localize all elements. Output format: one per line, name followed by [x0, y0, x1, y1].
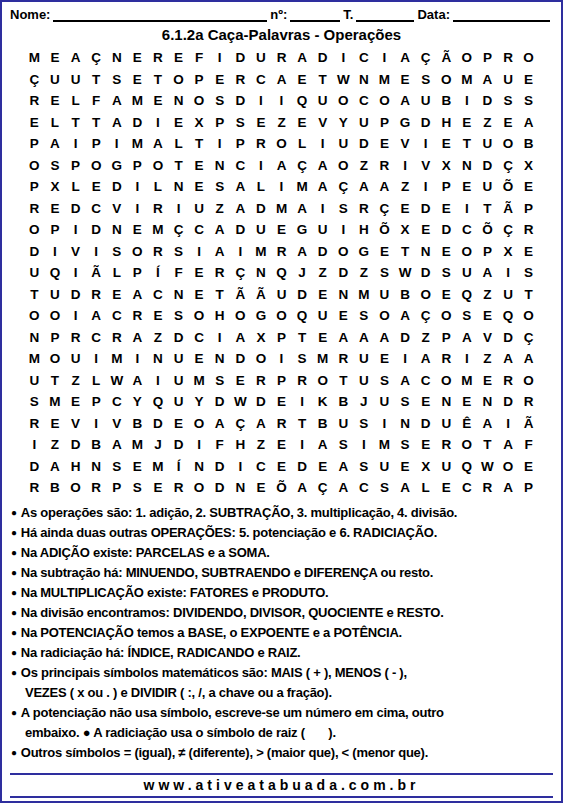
grid-cell-r13c9: O	[189, 305, 210, 327]
grid-cell-r5c18: E	[374, 133, 395, 155]
grid-cell-r3c25: S	[518, 90, 539, 112]
grid-cell-r1c16: I	[333, 47, 354, 69]
grid-cell-r16c15: O	[312, 370, 333, 392]
grid-cell-r20c10: D	[209, 456, 230, 478]
grid-cell-r18c4: I	[86, 413, 107, 435]
grid-cell-r4c2: L	[45, 112, 66, 134]
note-text: Na MULTIPLICAÇÃO existe: FATORES e PRODU…	[21, 585, 329, 600]
grid-cell-r12c10: T	[209, 284, 230, 306]
grid-cell-r7c6: I	[127, 176, 148, 198]
grid-cell-r13c11: O	[230, 305, 251, 327]
grid-cell-r9c14: G	[292, 219, 313, 241]
grid-cell-r8c19: E	[395, 198, 416, 220]
grid-cell-r19c17: I	[354, 434, 375, 456]
grid-cell-r1c1: M	[24, 47, 45, 69]
grid-cell-r13c13: O	[271, 305, 292, 327]
grid-cell-r17c12: D	[251, 391, 272, 413]
grid-cell-r18c1: R	[24, 413, 45, 435]
grid-cell-r10c20: N	[415, 241, 436, 263]
grid-cell-r6c4: O	[86, 155, 107, 177]
grid-cell-r11c3: I	[65, 262, 86, 284]
grid-cell-r12c5: E	[106, 284, 127, 306]
grid-cell-r21c2: B	[45, 477, 66, 499]
grid-cell-r2c2: U	[45, 69, 66, 91]
grid-cell-r20c8: Í	[168, 456, 189, 478]
grid-cell-r5c12: R	[251, 133, 272, 155]
grid-cell-r3c11: D	[230, 90, 251, 112]
grid-cell-r11c1: U	[24, 262, 45, 284]
grid-cell-r1c8: E	[168, 47, 189, 69]
grid-cell-r16c17: U	[354, 370, 375, 392]
grid-cell-r17c24: D	[498, 391, 519, 413]
grid-cell-r10c9: I	[189, 241, 210, 263]
grid-cell-r5c10: I	[209, 133, 230, 155]
class-label: T.	[343, 7, 353, 22]
note-line-6: ●Na divisão encontramos: DIVIDENDO, DIVI…	[10, 603, 553, 623]
grid-cell-r15c4: I	[86, 348, 107, 370]
grid-cell-r16c8: U	[168, 370, 189, 392]
grid-cell-r11c14: J	[292, 262, 313, 284]
grid-cell-r4c5: A	[106, 112, 127, 134]
grid-cell-r13c22: S	[457, 305, 478, 327]
number-label: nº:	[270, 7, 287, 22]
grid-cell-r11c11: Ç	[230, 262, 251, 284]
grid-cell-r4c12: E	[251, 112, 272, 134]
grid-cell-r20c2: A	[45, 456, 66, 478]
grid-cell-r9c5: N	[106, 219, 127, 241]
grid-cell-r6c1: O	[24, 155, 45, 177]
grid-cell-r4c15: V	[312, 112, 333, 134]
grid-cell-r2c12: C	[251, 69, 272, 91]
grid-cell-r11c7: Í	[148, 262, 169, 284]
grid-cell-r14c21: P	[436, 327, 457, 349]
grid-cell-r7c19: Z	[395, 176, 416, 198]
grid-cell-r6c18: R	[374, 155, 395, 177]
grid-cell-r19c21: R	[436, 434, 457, 456]
grid-cell-r19c13: E	[271, 434, 292, 456]
grid-cell-r6c20: V	[415, 155, 436, 177]
word-search-grid: MEAÇNEREFIDURADICIAÇÃOPROÇUUTSETOPERCAET…	[10, 47, 553, 499]
grid-cell-r4c16: Y	[333, 112, 354, 134]
grid-cell-r9c10: A	[209, 219, 230, 241]
grid-cell-r5c22: T	[457, 133, 478, 155]
grid-cell-r8c9: U	[189, 198, 210, 220]
grid-cell-r9c15: U	[312, 219, 333, 241]
grid-cell-r3c15: U	[312, 90, 333, 112]
grid-cell-r3c24: S	[498, 90, 519, 112]
grid-cell-r11c19: W	[395, 262, 416, 284]
grid-cell-r19c16: S	[333, 434, 354, 456]
grid-cell-r17c2: M	[45, 391, 66, 413]
grid-cell-r20c19: E	[395, 456, 416, 478]
grid-cell-r7c11: A	[230, 176, 251, 198]
grid-cell-r3c1: R	[24, 90, 45, 112]
grid-cell-r4c9: X	[189, 112, 210, 134]
grid-cell-r12c23: Z	[477, 284, 498, 306]
note-line-11: ●A potenciação não usa símbolo, escreve-…	[10, 703, 553, 723]
note-line-7: ●Na POTENCIAÇÃO temos a BASE, o EXPOENTE…	[10, 623, 553, 643]
grid-cell-r18c20: D	[415, 413, 436, 435]
grid-cell-r14c11: A	[230, 327, 251, 349]
grid-cell-r13c10: H	[209, 305, 230, 327]
grid-cell-r2c16: W	[333, 69, 354, 91]
grid-cell-r9c16: I	[333, 219, 354, 241]
grid-cell-r4c6: D	[127, 112, 148, 134]
grid-cell-r7c15: A	[312, 176, 333, 198]
grid-cell-r10c25: E	[518, 241, 539, 263]
grid-cell-r14c13: P	[271, 327, 292, 349]
grid-cell-r7c21: P	[436, 176, 457, 198]
grid-cell-r16c24: R	[498, 370, 519, 392]
grid-cell-r13c15: U	[312, 305, 333, 327]
grid-cell-r2c19: E	[395, 69, 416, 91]
grid-cell-r19c1: I	[24, 434, 45, 456]
grid-cell-r17c3: E	[65, 391, 86, 413]
grid-cell-r21c12: E	[251, 477, 272, 499]
bullet-icon: ●	[11, 647, 17, 658]
grid-cell-r16c22: M	[457, 370, 478, 392]
note-line-2: ●Há ainda duas outras OPERAÇÕES: 5. pote…	[10, 523, 553, 543]
grid-cell-r12c11: Ã	[230, 284, 251, 306]
grid-cell-r19c12: Z	[251, 434, 272, 456]
grid-cell-r17c23: N	[477, 391, 498, 413]
grid-cell-r12c16: N	[333, 284, 354, 306]
grid-cell-r15c3: U	[65, 348, 86, 370]
grid-cell-r8c3: D	[65, 198, 86, 220]
grid-cell-r5c6: M	[127, 133, 148, 155]
grid-cell-r3c2: E	[45, 90, 66, 112]
grid-cell-r20c6: E	[127, 456, 148, 478]
grid-cell-r15c7: N	[148, 348, 169, 370]
grid-cell-r12c18: U	[374, 284, 395, 306]
grid-cell-r20c13: E	[271, 456, 292, 478]
grid-cell-r5c13: O	[271, 133, 292, 155]
notes-list: ●As operações são: 1. adição, 2. SUBTRAÇ…	[10, 503, 553, 763]
grid-cell-r8c10: Z	[209, 198, 230, 220]
grid-cell-r3c18: O	[374, 90, 395, 112]
grid-cell-r6c7: O	[148, 155, 169, 177]
grid-cell-r8c4: C	[86, 198, 107, 220]
grid-cell-r10c17: G	[354, 241, 375, 263]
grid-cell-r16c2: T	[45, 370, 66, 392]
grid-cell-r8c2: E	[45, 198, 66, 220]
grid-cell-r13c25: O	[518, 305, 539, 327]
grid-cell-r4c7: I	[148, 112, 169, 134]
grid-cell-r4c17: U	[354, 112, 375, 134]
grid-cell-r19c19: S	[395, 434, 416, 456]
grid-cell-r2c3: U	[65, 69, 86, 91]
grid-cell-r21c9: O	[189, 477, 210, 499]
grid-cell-r5c7: A	[148, 133, 169, 155]
grid-cell-r12c14: D	[292, 284, 313, 306]
grid-cell-r15c16: R	[333, 348, 354, 370]
grid-cell-r4c18: P	[374, 112, 395, 134]
grid-cell-r3c8: N	[168, 90, 189, 112]
grid-cell-r2c14: E	[292, 69, 313, 91]
grid-cell-r19c24: A	[498, 434, 519, 456]
grid-cell-r16c14: R	[292, 370, 313, 392]
grid-cell-r8c16: S	[333, 198, 354, 220]
grid-cell-r3c21: B	[436, 90, 457, 112]
grid-cell-r4c10: P	[209, 112, 230, 134]
grid-cell-r14c17: A	[354, 327, 375, 349]
grid-cell-r12c17: M	[354, 284, 375, 306]
grid-cell-r7c4: E	[86, 176, 107, 198]
class-field	[356, 7, 414, 22]
worksheet-header: Nome: nº: T. Data:	[10, 7, 553, 22]
grid-cell-r6c9: E	[189, 155, 210, 177]
grid-cell-r21c13: Õ	[271, 477, 292, 499]
grid-cell-r10c1: D	[24, 241, 45, 263]
worksheet-page: Nome: nº: T. Data: 6.1.2a Caça-Palavras …	[0, 0, 563, 803]
grid-cell-r17c15: K	[312, 391, 333, 413]
grid-cell-r13c6: R	[127, 305, 148, 327]
grid-cell-r5c16: U	[333, 133, 354, 155]
grid-cell-r17c22: E	[457, 391, 478, 413]
grid-cell-r21c15: Ç	[312, 477, 333, 499]
grid-cell-r8c14: A	[292, 198, 313, 220]
grid-cell-r10c6: O	[127, 241, 148, 263]
grid-cell-r20c23: W	[477, 456, 498, 478]
grid-cell-r10c13: R	[271, 241, 292, 263]
grid-cell-r5c23: U	[477, 133, 498, 155]
grid-cell-r14c18: A	[374, 327, 395, 349]
grid-cell-r9c7: M	[148, 219, 169, 241]
grid-cell-r11c6: P	[127, 262, 148, 284]
grid-cell-r2c10: E	[209, 69, 230, 91]
grid-cell-r17c4: P	[86, 391, 107, 413]
grid-cell-r11c9: E	[189, 262, 210, 284]
grid-cell-r5c4: P	[86, 133, 107, 155]
grid-cell-r4c11: S	[230, 112, 251, 134]
grid-cell-r15c15: M	[312, 348, 333, 370]
grid-cell-r3c4: F	[86, 90, 107, 112]
grid-cell-r13c12: G	[251, 305, 272, 327]
grid-cell-r8c7: R	[148, 198, 169, 220]
bullet-icon: ●	[11, 547, 17, 558]
grid-cell-r14c4: C	[86, 327, 107, 349]
grid-cell-r7c16: Ç	[333, 176, 354, 198]
grid-cell-r10c19: T	[395, 241, 416, 263]
grid-cell-r14c1: N	[24, 327, 45, 349]
grid-cell-r10c15: D	[312, 241, 333, 263]
grid-cell-r7c18: A	[374, 176, 395, 198]
grid-cell-r6c25: X	[518, 155, 539, 177]
grid-cell-r12c13: U	[271, 284, 292, 306]
grid-cell-r3c9: O	[189, 90, 210, 112]
grid-cell-r9c25: R	[518, 219, 539, 241]
grid-cell-r18c18: I	[374, 413, 395, 435]
grid-cell-r19c3: D	[65, 434, 86, 456]
grid-cell-r15c1: M	[24, 348, 45, 370]
grid-cell-r21c20: L	[415, 477, 436, 499]
grid-cell-r8c20: D	[415, 198, 436, 220]
grid-cell-r2c15: T	[312, 69, 333, 91]
grid-cell-r18c16: U	[333, 413, 354, 435]
grid-cell-r12c22: Q	[457, 284, 478, 306]
grid-cell-r19c14: I	[292, 434, 313, 456]
grid-cell-r6c8: T	[168, 155, 189, 177]
grid-cell-r8c12: D	[251, 198, 272, 220]
grid-cell-r19c20: E	[415, 434, 436, 456]
grid-cell-r14c14: T	[292, 327, 313, 349]
grid-cell-r1c19: A	[395, 47, 416, 69]
bullet-icon: ●	[11, 627, 17, 638]
grid-cell-r10c24: X	[498, 241, 519, 263]
grid-cell-r14c20: Z	[415, 327, 436, 349]
grid-cell-r19c18: M	[374, 434, 395, 456]
grid-cell-r14c12: X	[251, 327, 272, 349]
grid-cell-r3c5: A	[106, 90, 127, 112]
grid-cell-r14c3: R	[65, 327, 86, 349]
grid-cell-r6c5: G	[106, 155, 127, 177]
grid-cell-r4c4: T	[86, 112, 107, 134]
grid-cell-r1c23: P	[477, 47, 498, 69]
grid-cell-r21c11: N	[230, 477, 251, 499]
grid-cell-r14c16: A	[333, 327, 354, 349]
grid-cell-r17c16: B	[333, 391, 354, 413]
grid-cell-r13c3: I	[65, 305, 86, 327]
grid-cell-r9c24: Ç	[498, 219, 519, 241]
grid-cell-r16c18: S	[374, 370, 395, 392]
grid-cell-r8c1: R	[24, 198, 45, 220]
grid-cell-r1c6: E	[127, 47, 148, 69]
grid-cell-r10c2: I	[45, 241, 66, 263]
grid-cell-r1c18: I	[374, 47, 395, 69]
grid-cell-r17c8: U	[168, 391, 189, 413]
grid-cell-r1c12: U	[251, 47, 272, 69]
grid-cell-r16c21: O	[436, 370, 457, 392]
grid-cell-r16c16: T	[333, 370, 354, 392]
grid-cell-r19c5: A	[106, 434, 127, 456]
grid-cell-r18c24: I	[498, 413, 519, 435]
grid-cell-r1c2: E	[45, 47, 66, 69]
grid-cell-r1c22: O	[457, 47, 478, 69]
grid-cell-r9c20: E	[415, 219, 436, 241]
grid-cell-r15c12: O	[251, 348, 272, 370]
grid-cell-r3c3: L	[65, 90, 86, 112]
grid-cell-r12c1: T	[24, 284, 45, 306]
grid-cell-r12c4: R	[86, 284, 107, 306]
grid-cell-r15c11: D	[230, 348, 251, 370]
grid-cell-r10c16: O	[333, 241, 354, 263]
grid-cell-r4c25: A	[518, 112, 539, 134]
grid-cell-r15c9: E	[189, 348, 210, 370]
grid-cell-r21c7: E	[148, 477, 169, 499]
grid-cell-r14c15: E	[312, 327, 333, 349]
grid-cell-r9c23: Õ	[477, 219, 498, 241]
grid-cell-r19c9: I	[189, 434, 210, 456]
grid-cell-r7c12: L	[251, 176, 272, 198]
grid-cell-r20c1: D	[24, 456, 45, 478]
grid-cell-r17c5: C	[106, 391, 127, 413]
grid-cell-r9c21: D	[436, 219, 457, 241]
grid-cell-r2c9: P	[189, 69, 210, 91]
grid-cell-r19c25: F	[518, 434, 539, 456]
grid-cell-r1c21: Ã	[436, 47, 457, 69]
grid-cell-r12c20: O	[415, 284, 436, 306]
grid-cell-r18c8: E	[168, 413, 189, 435]
grid-cell-r16c12: R	[251, 370, 272, 392]
grid-cell-r6c11: C	[230, 155, 251, 177]
grid-cell-r8c13: M	[271, 198, 292, 220]
grid-cell-r2c23: A	[477, 69, 498, 91]
grid-cell-r5c11: P	[230, 133, 251, 155]
grid-cell-r6c17: Z	[354, 155, 375, 177]
grid-cell-r21c16: A	[333, 477, 354, 499]
grid-cell-r1c7: R	[148, 47, 169, 69]
grid-cell-r16c7: I	[148, 370, 169, 392]
bullet-icon: ●	[11, 567, 17, 578]
grid-cell-r10c3: V	[65, 241, 86, 263]
grid-cell-r8c5: V	[106, 198, 127, 220]
note-line-4: ●Na subtração há: MINUENDO, SUBTRAENDO e…	[10, 563, 553, 583]
grid-cell-r19c2: Z	[45, 434, 66, 456]
grid-cell-r19c23: T	[477, 434, 498, 456]
grid-cell-r13c5: C	[106, 305, 127, 327]
grid-cell-r21c21: E	[436, 477, 457, 499]
grid-cell-r9c8: Ç	[168, 219, 189, 241]
grid-cell-r15c23: Z	[477, 348, 498, 370]
grid-cell-r18c12: A	[251, 413, 272, 435]
grid-cell-r12c8: N	[168, 284, 189, 306]
grid-cell-r18c3: V	[65, 413, 86, 435]
grid-cell-r18c17: S	[354, 413, 375, 435]
grid-cell-r6c14: Ç	[292, 155, 313, 177]
grid-cell-r11c24: I	[498, 262, 519, 284]
grid-cell-r2c18: M	[374, 69, 395, 91]
grid-cell-r3c20: U	[415, 90, 436, 112]
grid-cell-r1c5: N	[106, 47, 127, 69]
grid-cell-r1c20: Ç	[415, 47, 436, 69]
grid-cell-r1c24: R	[498, 47, 519, 69]
grid-cell-r7c3: L	[65, 176, 86, 198]
grid-cell-r12c3: D	[65, 284, 86, 306]
page-title: 6.1.2a Caça-Palavras - Operações	[10, 26, 553, 43]
grid-cell-r18c25: Ã	[518, 413, 539, 435]
grid-cell-r20c5: S	[106, 456, 127, 478]
grid-cell-r9c1: O	[24, 219, 45, 241]
grid-cell-r16c23: E	[477, 370, 498, 392]
grid-cell-r17c9: Y	[189, 391, 210, 413]
grid-cell-r21c5: P	[106, 477, 127, 499]
grid-cell-r5c21: E	[436, 133, 457, 155]
grid-cell-r13c14: Q	[292, 305, 313, 327]
grid-cell-r15c24: A	[498, 348, 519, 370]
grid-cell-r15c6: I	[127, 348, 148, 370]
grid-cell-r3c14: Q	[292, 90, 313, 112]
grid-cell-r8c24: Ã	[498, 198, 519, 220]
grid-cell-r16c13: P	[271, 370, 292, 392]
grid-cell-r13c21: O	[436, 305, 457, 327]
grid-cell-r2c22: M	[457, 69, 478, 91]
grid-cell-r17c6: Y	[127, 391, 148, 413]
grid-cell-r21c8: R	[168, 477, 189, 499]
grid-cell-r18c14: T	[292, 413, 313, 435]
grid-cell-r6c2: S	[45, 155, 66, 177]
grid-cell-r9c17: H	[354, 219, 375, 241]
note-line-9: ●Os principais símbolos matemáticos são:…	[10, 663, 553, 683]
grid-cell-r15c18: E	[374, 348, 395, 370]
grid-cell-r11c18: S	[374, 262, 395, 284]
grid-cell-r8c18: Ç	[374, 198, 395, 220]
grid-cell-r5c15: I	[312, 133, 333, 155]
grid-cell-r15c5: M	[106, 348, 127, 370]
grid-cell-r17c19: S	[395, 391, 416, 413]
grid-cell-r17c25: R	[518, 391, 539, 413]
grid-cell-r9c22: C	[457, 219, 478, 241]
grid-cell-r10c8: S	[168, 241, 189, 263]
